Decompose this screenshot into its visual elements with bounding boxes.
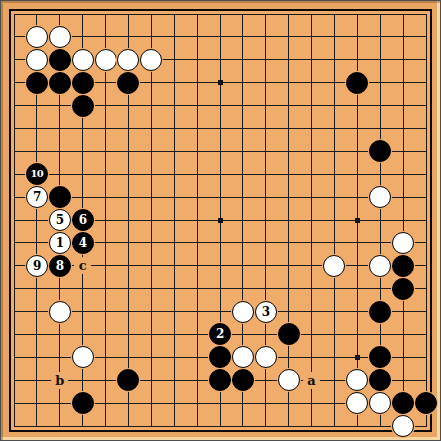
star-point [218,218,223,223]
black-stone [278,323,300,345]
black-stone [49,72,71,94]
black-stone [72,95,94,117]
move-number: 3 [262,306,270,318]
white-stone [255,346,277,368]
black-stone [232,369,254,391]
white-stone: 5 [49,209,71,231]
white-stone [95,49,117,71]
white-stone [278,369,300,391]
white-stone [26,26,48,48]
grid-line-horizontal [14,426,427,427]
white-stone [392,415,414,437]
star-point [218,80,223,85]
white-stone [49,301,71,323]
black-stone [392,255,414,277]
move-number: 7 [33,191,41,203]
black-stone [72,392,94,414]
go-diagram: abc10756149832 [0,0,441,441]
black-stone: 10 [26,163,48,185]
black-stone [415,392,437,414]
white-stone: 7 [26,186,48,208]
white-stone [140,49,162,71]
grid-line-vertical [426,14,427,427]
star-point [355,218,360,223]
black-stone: 6 [72,209,94,231]
black-stone: 4 [72,232,94,254]
move-number: 2 [216,328,224,340]
white-stone [392,232,414,254]
move-number: 9 [33,260,41,272]
white-stone [232,301,254,323]
black-stone [72,72,94,94]
grid-line-vertical [288,14,289,427]
black-stone [117,72,139,94]
white-stone [369,255,391,277]
black-stone [49,49,71,71]
move-number: 4 [79,237,87,249]
star-point [355,355,360,360]
white-stone [49,26,71,48]
black-stone [49,186,71,208]
white-stone [72,49,94,71]
white-stone [72,346,94,368]
grid-line-horizontal [14,311,427,312]
grid-line-vertical [311,14,312,427]
white-stone [26,49,48,71]
black-stone [26,72,48,94]
point-label-b: b [51,372,68,389]
black-stone [392,278,414,300]
move-number: 5 [56,214,64,226]
white-stone: 3 [255,301,277,323]
move-number: 8 [56,260,64,272]
black-stone [369,301,391,323]
white-stone: 9 [26,255,48,277]
black-stone [346,72,368,94]
move-number: 6 [79,214,87,226]
black-stone: 8 [49,255,71,277]
point-label-a: a [303,372,320,389]
move-number: 10 [30,169,43,179]
white-stone: 1 [49,232,71,254]
move-number: 1 [56,237,64,249]
grid-line-horizontal [14,288,427,289]
grid-line-vertical [334,14,335,427]
grid-line-vertical [403,14,404,427]
